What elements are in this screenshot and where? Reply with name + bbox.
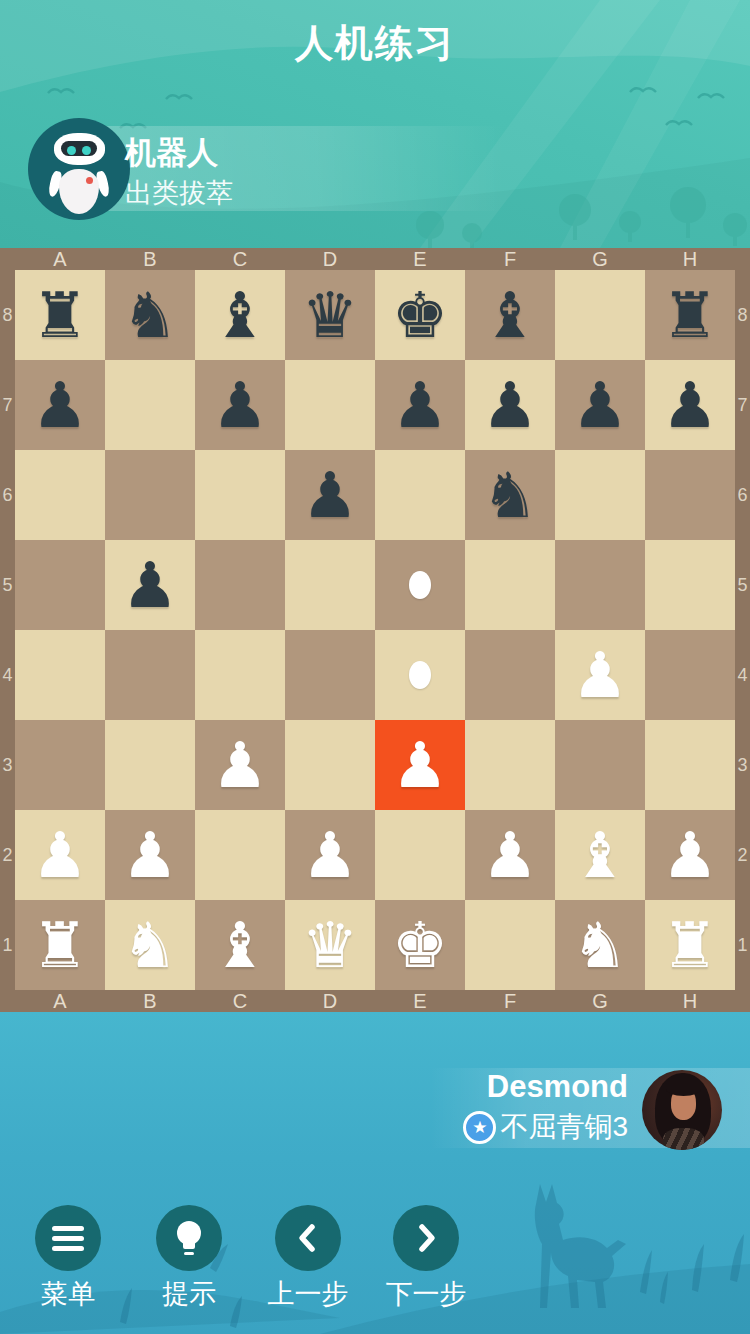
- piece-black-pawn: ♟: [555, 360, 645, 450]
- file-label-b: B: [105, 990, 195, 1012]
- file-label-a: A: [15, 248, 105, 270]
- square-g8[interactable]: [555, 270, 645, 360]
- square-f2[interactable]: ♟: [465, 810, 555, 900]
- piece-black-knight: ♞: [465, 450, 555, 540]
- square-a8[interactable]: ♜: [15, 270, 105, 360]
- piece-black-pawn: ♟: [285, 450, 375, 540]
- piece-black-pawn: ♟: [465, 360, 555, 450]
- avatar-bangs: [666, 1081, 701, 1095]
- move-hint-dot: [409, 661, 431, 689]
- rank-labels-left: 87654321: [0, 270, 15, 990]
- piece-black-bishop: ♝: [465, 270, 555, 360]
- file-labels-top: ABCDEFGH: [15, 248, 735, 270]
- square-c6[interactable]: [195, 450, 285, 540]
- square-f6[interactable]: ♞: [465, 450, 555, 540]
- square-f7[interactable]: ♟: [465, 360, 555, 450]
- piece-black-pawn: ♟: [645, 360, 735, 450]
- menu-icon: [52, 1226, 84, 1251]
- piece-white-rook: ♜: [15, 900, 105, 990]
- rank-label-1: 1: [735, 900, 750, 990]
- player-rank-row: ★ 不屈青铜3: [463, 1108, 628, 1146]
- file-label-g: G: [555, 248, 645, 270]
- rank-label-5: 5: [735, 540, 750, 630]
- rank-label-1: 1: [0, 900, 15, 990]
- square-b7[interactable]: [105, 360, 195, 450]
- square-e1[interactable]: ♚: [375, 900, 465, 990]
- rank-label-2: 2: [735, 810, 750, 900]
- file-label-h: H: [645, 990, 735, 1012]
- rank-label-7: 7: [735, 360, 750, 450]
- footer-background: Desmond ★ 不屈青铜3: [0, 1012, 750, 1334]
- robot-body: [59, 169, 100, 214]
- file-label-a: A: [15, 990, 105, 1012]
- square-c5[interactable]: [195, 540, 285, 630]
- rank-label-5: 5: [0, 540, 15, 630]
- square-g7[interactable]: ♟: [555, 360, 645, 450]
- piece-black-rook: ♜: [15, 270, 105, 360]
- square-d6[interactable]: ♟: [285, 450, 375, 540]
- move-hint-dot: [409, 571, 431, 599]
- rank-labels-right: 87654321: [735, 270, 750, 990]
- piece-white-rook: ♜: [645, 900, 735, 990]
- opponent-name: 机器人: [125, 132, 218, 174]
- square-f8[interactable]: ♝: [465, 270, 555, 360]
- piece-white-pawn: ♟: [15, 810, 105, 900]
- square-e8[interactable]: ♚: [375, 270, 465, 360]
- square-g1[interactable]: ♞: [555, 900, 645, 990]
- robot-eye-right: [82, 146, 91, 155]
- square-e5[interactable]: [375, 540, 465, 630]
- square-a7[interactable]: ♟: [15, 360, 105, 450]
- square-g6[interactable]: [555, 450, 645, 540]
- piece-white-pawn: ♟: [555, 630, 645, 720]
- next-button-label[interactable]: 下一步: [356, 1276, 496, 1312]
- file-label-f: F: [465, 990, 555, 1012]
- menu-button-label[interactable]: 菜单: [0, 1276, 138, 1312]
- rank-label-8: 8: [0, 270, 15, 360]
- square-a4[interactable]: [15, 630, 105, 720]
- piece-white-pawn: ♟: [465, 810, 555, 900]
- square-e7[interactable]: ♟: [375, 360, 465, 450]
- square-h8[interactable]: ♜: [645, 270, 735, 360]
- piece-white-pawn: ♟: [105, 810, 195, 900]
- square-g4[interactable]: ♟: [555, 630, 645, 720]
- rank-label-8: 8: [735, 270, 750, 360]
- file-labels-bottom: ABCDEFGH: [15, 990, 735, 1012]
- square-a1[interactable]: ♜: [15, 900, 105, 990]
- file-label-c: C: [195, 248, 285, 270]
- piece-black-pawn: ♟: [375, 360, 465, 450]
- square-f5[interactable]: [465, 540, 555, 630]
- piece-white-pawn: ♟: [645, 810, 735, 900]
- player-avatar: [642, 1070, 722, 1150]
- square-c1[interactable]: ♝: [195, 900, 285, 990]
- square-f1[interactable]: [465, 900, 555, 990]
- square-b5[interactable]: ♟: [105, 540, 195, 630]
- square-d4[interactable]: [285, 630, 375, 720]
- piece-black-pawn: ♟: [195, 360, 285, 450]
- square-b6[interactable]: [105, 450, 195, 540]
- file-label-h: H: [645, 248, 735, 270]
- square-a2[interactable]: ♟: [15, 810, 105, 900]
- file-label-f: F: [465, 248, 555, 270]
- square-f3[interactable]: [465, 720, 555, 810]
- square-h3[interactable]: [645, 720, 735, 810]
- square-h2[interactable]: ♟: [645, 810, 735, 900]
- file-label-d: D: [285, 248, 375, 270]
- piece-white-bishop: ♝: [555, 810, 645, 900]
- chess-board: ABCDEFGH 87654321 87654321 ♜♞♝♛♚♝♜♟♟♟♟♟♟…: [0, 248, 750, 1012]
- piece-black-knight: ♞: [105, 270, 195, 360]
- piece-white-pawn: ♟: [285, 810, 375, 900]
- chevron-right-icon: [411, 1223, 441, 1253]
- square-e6[interactable]: [375, 450, 465, 540]
- file-label-d: D: [285, 990, 375, 1012]
- file-label-g: G: [555, 990, 645, 1012]
- rank-label-3: 3: [735, 720, 750, 810]
- square-g2[interactable]: ♝: [555, 810, 645, 900]
- square-h5[interactable]: [645, 540, 735, 630]
- square-e3[interactable]: ♟: [375, 720, 465, 810]
- square-a3[interactable]: [15, 720, 105, 810]
- square-b4[interactable]: [105, 630, 195, 720]
- next-move-button[interactable]: [393, 1205, 459, 1271]
- square-d5[interactable]: [285, 540, 375, 630]
- square-b8[interactable]: ♞: [105, 270, 195, 360]
- hint-bulb-icon: [174, 1221, 204, 1255]
- square-c7[interactable]: ♟: [195, 360, 285, 450]
- square-f4[interactable]: [465, 630, 555, 720]
- menu-button[interactable]: [35, 1205, 101, 1271]
- robot-eye-left: [67, 146, 76, 155]
- piece-white-knight: ♞: [105, 900, 195, 990]
- square-b2[interactable]: ♟: [105, 810, 195, 900]
- square-c8[interactable]: ♝: [195, 270, 285, 360]
- star-badge-icon: ★: [463, 1111, 496, 1144]
- square-b3[interactable]: [105, 720, 195, 810]
- square-h1[interactable]: ♜: [645, 900, 735, 990]
- square-d1[interactable]: ♛: [285, 900, 375, 990]
- player-rank: 不屈青铜3: [500, 1108, 628, 1146]
- square-b1[interactable]: ♞: [105, 900, 195, 990]
- square-a6[interactable]: [15, 450, 105, 540]
- rank-label-3: 3: [0, 720, 15, 810]
- square-g3[interactable]: [555, 720, 645, 810]
- chevron-left-icon: [293, 1223, 323, 1253]
- previous-move-button[interactable]: [275, 1205, 341, 1271]
- piece-black-rook: ♜: [645, 270, 735, 360]
- piece-black-bishop: ♝: [195, 270, 285, 360]
- square-e2[interactable]: [375, 810, 465, 900]
- file-label-e: E: [375, 990, 465, 1012]
- robot-avatar: [28, 118, 130, 220]
- square-h7[interactable]: ♟: [645, 360, 735, 450]
- square-c3[interactable]: ♟: [195, 720, 285, 810]
- piece-white-bishop: ♝: [195, 900, 285, 990]
- rank-label-7: 7: [0, 360, 15, 450]
- rank-label-2: 2: [0, 810, 15, 900]
- square-c4[interactable]: [195, 630, 285, 720]
- piece-black-king: ♚: [375, 270, 465, 360]
- player-name: Desmond: [463, 1070, 628, 1104]
- rank-label-6: 6: [735, 450, 750, 540]
- rank-label-4: 4: [0, 630, 15, 720]
- page-title: 人机练习: [0, 18, 750, 69]
- piece-white-queen: ♛: [285, 900, 375, 990]
- square-g5[interactable]: [555, 540, 645, 630]
- file-label-e: E: [375, 248, 465, 270]
- piece-black-pawn: ♟: [105, 540, 195, 630]
- square-h4[interactable]: [645, 630, 735, 720]
- square-d7[interactable]: [285, 360, 375, 450]
- board-grid: ♜♞♝♛♚♝♜♟♟♟♟♟♟♟♞♟♟♟♟♟♟♟♟♝♟♜♞♝♛♚♞♜: [15, 270, 735, 990]
- header-background: 人机练习 机器人 出类拔萃: [0, 0, 750, 248]
- file-label-b: B: [105, 248, 195, 270]
- piece-white-pawn: ♟: [375, 720, 465, 810]
- square-d3[interactable]: [285, 720, 375, 810]
- hint-button[interactable]: [156, 1205, 222, 1271]
- piece-white-king: ♚: [375, 900, 465, 990]
- rank-label-6: 6: [0, 450, 15, 540]
- square-h6[interactable]: [645, 450, 735, 540]
- piece-white-pawn: ♟: [195, 720, 285, 810]
- rank-label-4: 4: [735, 630, 750, 720]
- square-e4[interactable]: [375, 630, 465, 720]
- deer-silhouette: [535, 1184, 626, 1308]
- opponent-level: 出类拔萃: [125, 175, 233, 211]
- piece-black-queen: ♛: [285, 270, 375, 360]
- piece-black-pawn: ♟: [15, 360, 105, 450]
- square-d2[interactable]: ♟: [285, 810, 375, 900]
- square-d8[interactable]: ♛: [285, 270, 375, 360]
- app-screen: 人机练习 机器人 出类拔萃 ABCDEFGH 87654321 87654321…: [0, 0, 750, 1334]
- player-info: Desmond ★ 不屈青铜3: [463, 1070, 628, 1146]
- square-a5[interactable]: [15, 540, 105, 630]
- piece-white-knight: ♞: [555, 900, 645, 990]
- square-c2[interactable]: [195, 810, 285, 900]
- file-label-c: C: [195, 990, 285, 1012]
